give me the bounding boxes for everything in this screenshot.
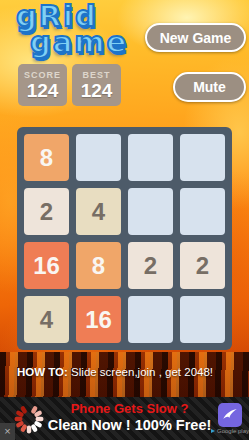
tile-8: 8 bbox=[24, 134, 69, 181]
app-logo: gRid game bbox=[16, 3, 128, 55]
close-icon[interactable]: × bbox=[0, 423, 15, 440]
empty-cell bbox=[128, 296, 173, 343]
google-play-label: Google play bbox=[217, 428, 249, 434]
ad-headline: Phone Gets Slow ? bbox=[45, 402, 214, 417]
howto-body: Slide screen,join , get 2048! bbox=[68, 366, 213, 378]
score-panel: SCORE 124 BEST 124 bbox=[18, 64, 121, 106]
howto-text: HOW TO: Slide screen,join , get 2048! bbox=[17, 366, 247, 378]
tile-2: 2 bbox=[180, 242, 225, 289]
ad-subline: Clean Now ! 100% Free! bbox=[45, 417, 214, 434]
game-board[interactable]: 82416822416 bbox=[17, 127, 232, 350]
play-triangle-icon bbox=[211, 429, 215, 433]
tile-4: 4 bbox=[76, 188, 121, 235]
empty-cell bbox=[128, 188, 173, 235]
empty-cell bbox=[180, 134, 225, 181]
empty-cell bbox=[180, 296, 225, 343]
empty-cell bbox=[128, 134, 173, 181]
score-value: 124 bbox=[18, 80, 67, 101]
score-box: SCORE 124 bbox=[18, 64, 67, 106]
best-box: BEST 124 bbox=[72, 64, 121, 106]
ad-text: Phone Gets Slow ? Clean Now ! 100% Free! bbox=[45, 402, 214, 434]
tile-4: 4 bbox=[24, 296, 69, 343]
logo-line-2: game bbox=[16, 29, 128, 55]
google-play-badge: Google play bbox=[214, 428, 246, 434]
empty-cell bbox=[180, 188, 225, 235]
best-label: BEST bbox=[72, 70, 121, 80]
ad-banner[interactable]: Phone Gets Slow ? Clean Now ! 100% Free!… bbox=[0, 397, 249, 440]
tile-16: 16 bbox=[24, 242, 69, 289]
mute-button[interactable]: Mute bbox=[173, 72, 246, 102]
new-game-button[interactable]: New Game bbox=[145, 23, 246, 52]
tile-2: 2 bbox=[24, 188, 69, 235]
best-value: 124 bbox=[72, 80, 121, 101]
swoosh-bird-app-icon[interactable] bbox=[218, 403, 242, 427]
tile-8: 8 bbox=[76, 242, 121, 289]
empty-cell bbox=[76, 134, 121, 181]
app-screen: gRid game New Game Mute SCORE 124 BEST 1… bbox=[0, 0, 249, 440]
tile-16: 16 bbox=[76, 296, 121, 343]
howto-prefix: HOW TO: bbox=[17, 366, 68, 378]
ad-app-block[interactable]: Google play bbox=[214, 403, 246, 434]
score-label: SCORE bbox=[18, 70, 67, 80]
tile-2: 2 bbox=[128, 242, 173, 289]
loading-spinner-icon bbox=[13, 403, 45, 435]
